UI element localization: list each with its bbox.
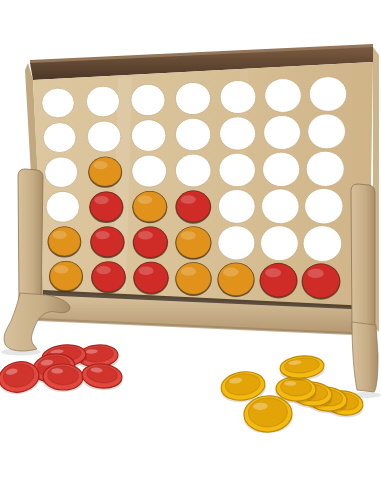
cell-r3-c6[interactable] [263,152,300,186]
yellow-disc [48,227,80,256]
cell-r1-c1[interactable] [42,88,75,118]
loose-red-disc[interactable] [42,363,84,392]
cell-r3-c4[interactable] [175,154,211,187]
disc-highlight [139,266,154,275]
right-post [351,184,375,332]
cell-r3-c7[interactable] [306,151,344,186]
cell-r5-c3[interactable] [133,226,168,259]
red-disc [302,264,340,298]
cell-r1-c7[interactable] [309,77,346,112]
connect-four-photo [0,0,381,492]
yellow-disc [176,263,211,295]
cell-r2-c1[interactable] [43,123,76,153]
empty-hole [303,226,342,262]
cell-r3-c3[interactable] [132,155,167,187]
red-disc [260,263,297,297]
cell-r6-c6[interactable] [259,263,297,298]
disc-highlight [223,268,239,277]
red-disc [133,227,167,258]
cell-r5-c4[interactable] [175,226,211,259]
empty-hole [262,189,300,224]
empty-hole [87,121,121,152]
cell-r2-c7[interactable] [308,114,346,149]
disc-highlight [54,265,68,273]
cell-r5-c6[interactable] [261,226,299,261]
cell-r2-c2[interactable] [87,121,121,152]
cell-r5-c7[interactable] [303,226,342,262]
cell-r2-c6[interactable] [264,115,301,149]
yellow-disc [50,261,83,291]
empty-hole [176,82,211,114]
cell-r4-c5[interactable] [218,189,255,223]
disc-highlight [181,231,196,240]
empty-hole [132,155,167,187]
empty-hole [263,152,300,186]
left-post [18,169,43,304]
empty-hole [175,118,210,151]
cell-r6-c4[interactable] [175,262,212,296]
empty-hole [131,84,165,115]
empty-hole [131,120,166,152]
cell-r6-c5[interactable] [217,263,254,298]
cell-r6-c1[interactable] [49,261,83,292]
red-disc [90,192,123,222]
cell-r2-c3[interactable] [131,120,166,152]
cell-r5-c2[interactable] [90,226,125,258]
cell-r1-c5[interactable] [220,81,256,114]
empty-hole [45,157,78,187]
empty-hole [220,117,256,150]
disc-highlight [138,196,153,204]
empty-hole [264,115,301,149]
cell-r2-c5[interactable] [220,117,256,150]
red-disc [176,191,211,222]
cell-r4-c4[interactable] [175,191,211,224]
empty-hole [219,153,255,187]
empty-hole [43,123,76,153]
cell-r6-c7[interactable] [302,264,341,300]
cell-r4-c3[interactable] [132,191,167,223]
cell-r1-c2[interactable] [86,86,119,117]
empty-hole [308,114,346,149]
loose-yellow-disc[interactable] [279,354,326,382]
cell-r6-c3[interactable] [133,262,169,295]
empty-hole [309,77,346,112]
cell-r5-c1[interactable] [48,227,82,258]
red-disc [91,227,124,257]
cell-r4-c6[interactable] [262,189,300,224]
cell-r5-c5[interactable] [218,226,255,260]
cell-r3-c2[interactable] [88,157,122,188]
yellow-disc [89,157,122,186]
cell-r4-c7[interactable] [305,188,343,224]
cell-r2-c4[interactable] [175,118,210,151]
empty-hole [306,151,344,186]
empty-hole [86,86,119,117]
yellow-disc [133,191,167,222]
disc-highlight [53,231,67,239]
empty-hole [261,226,299,261]
cell-r6-c2[interactable] [91,261,126,293]
disc-highlight [307,269,323,278]
cell-r3-c1[interactable] [45,157,78,187]
red-disc [92,262,126,292]
disc-highlight [96,266,111,274]
red-disc [134,262,168,293]
connect-four-scene [0,0,381,492]
cell-r1-c4[interactable] [176,82,211,114]
right-leg [352,322,378,392]
empty-hole [218,189,255,223]
empty-hole [265,79,302,113]
empty-hole [42,88,75,118]
game-board [25,44,379,336]
loose-yellow-discs [219,354,365,434]
empty-hole [305,188,343,224]
empty-hole [220,81,256,114]
cell-r4-c1[interactable] [46,191,80,222]
cell-r1-c6[interactable] [265,79,302,113]
cell-r4-c2[interactable] [89,192,123,224]
disc-highlight [181,267,196,276]
disc-highlight [93,161,107,169]
disc-highlight [94,196,108,204]
disc-highlight [265,268,281,277]
cell-r3-c5[interactable] [219,153,255,187]
disc-highlight [95,231,110,239]
yellow-disc [176,227,211,259]
empty-hole [218,226,255,260]
empty-hole [46,191,80,222]
empty-hole [175,154,211,187]
disc-highlight [138,231,153,239]
cell-r1-c3[interactable] [131,84,165,115]
yellow-disc [218,263,254,296]
disc-highlight [181,195,196,204]
